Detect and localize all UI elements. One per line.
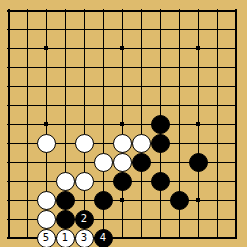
- move-number-label: 3: [81, 233, 87, 243]
- grid-line-vertical: [235, 9, 237, 239]
- stone-black[interactable]: [113, 172, 132, 191]
- stone-white[interactable]: [113, 134, 132, 153]
- stone-black[interactable]: [151, 172, 170, 191]
- stone-white-move-1[interactable]: 1: [56, 229, 75, 247]
- stone-black-move-2[interactable]: 2: [75, 210, 94, 229]
- stone-white-move-5[interactable]: 5: [37, 229, 56, 247]
- move-number-label: 5: [43, 233, 49, 243]
- move-number-label: 1: [62, 233, 68, 243]
- star-point: [120, 198, 124, 202]
- stone-black[interactable]: [56, 210, 75, 229]
- stone-black[interactable]: [189, 153, 208, 172]
- stone-white[interactable]: [37, 210, 56, 229]
- stone-black-move-4[interactable]: 4: [94, 229, 113, 247]
- stone-black[interactable]: [132, 153, 151, 172]
- star-point: [44, 122, 48, 126]
- star-point: [120, 46, 124, 50]
- grid-line-vertical: [217, 9, 218, 239]
- star-point: [120, 122, 124, 126]
- stone-white[interactable]: [75, 172, 94, 191]
- grid-line-vertical: [141, 9, 142, 239]
- star-point: [44, 46, 48, 50]
- star-point: [196, 198, 200, 202]
- star-point: [196, 46, 200, 50]
- stone-white[interactable]: [56, 172, 75, 191]
- stone-black[interactable]: [151, 115, 170, 134]
- stone-white[interactable]: [37, 134, 56, 153]
- stone-white[interactable]: [113, 153, 132, 172]
- go-board[interactable]: 51324: [0, 0, 247, 247]
- stone-black[interactable]: [151, 134, 170, 153]
- star-point: [196, 122, 200, 126]
- stone-black[interactable]: [94, 191, 113, 210]
- move-number-label: 4: [100, 233, 106, 243]
- stone-white[interactable]: [37, 191, 56, 210]
- stone-black[interactable]: [170, 191, 189, 210]
- stone-black[interactable]: [56, 191, 75, 210]
- stone-white[interactable]: [132, 134, 151, 153]
- screenshot: 51324: [0, 0, 247, 247]
- move-number-label: 2: [81, 214, 87, 224]
- stone-white[interactable]: [94, 153, 113, 172]
- stone-white[interactable]: [75, 134, 94, 153]
- stone-white-move-3[interactable]: 3: [75, 229, 94, 247]
